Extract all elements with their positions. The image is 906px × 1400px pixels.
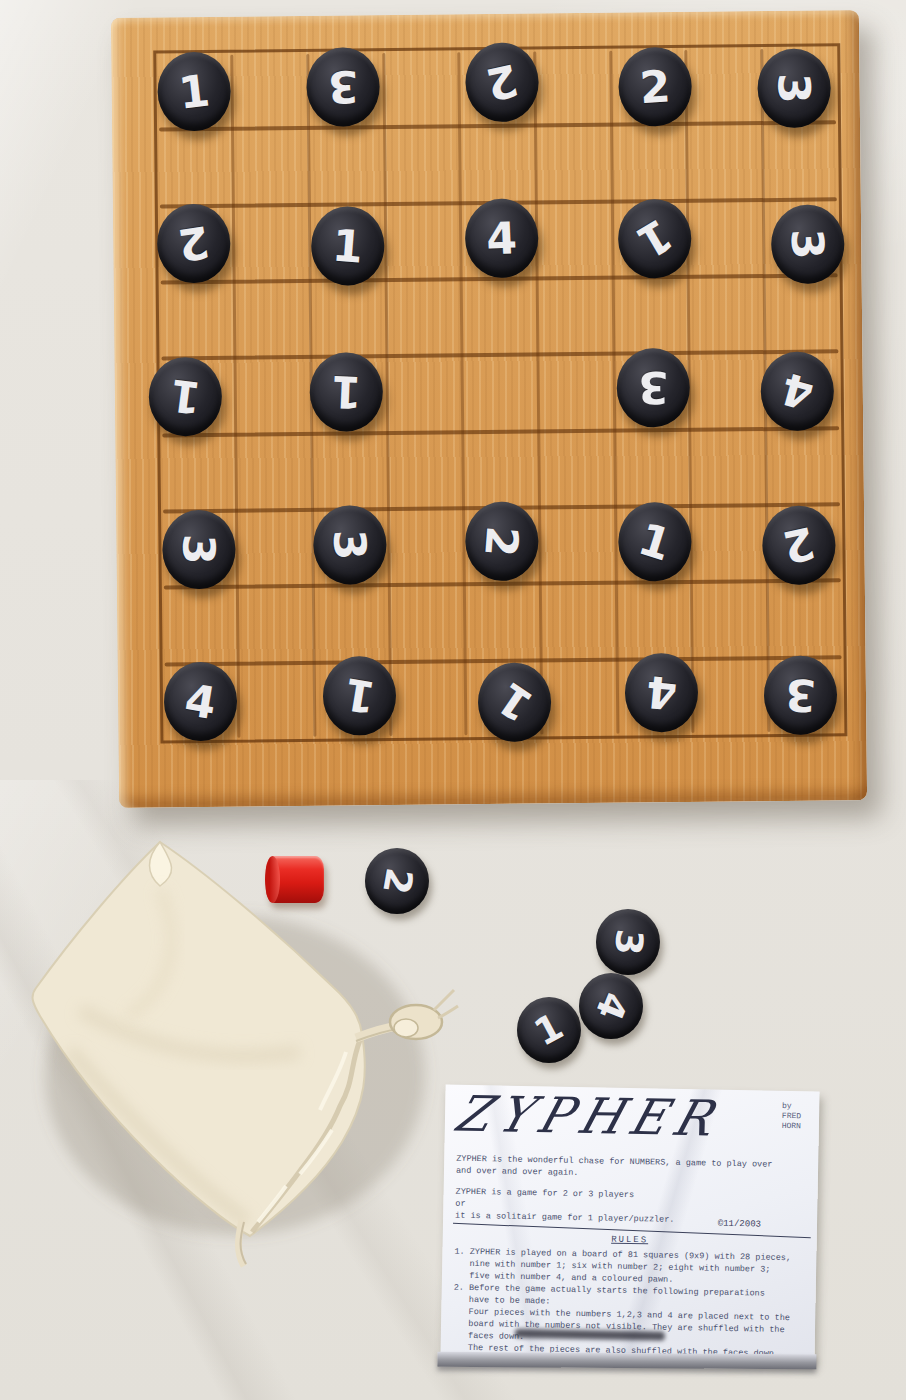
piece-number: 1 bbox=[317, 651, 402, 741]
players-paragraph: ©11/2003 ZYPHER is a game for 2 or 3 pla… bbox=[455, 1186, 806, 1229]
board-cell[interactable] bbox=[762, 123, 838, 200]
board-cell[interactable] bbox=[159, 282, 235, 359]
piece-number: 2 bbox=[460, 502, 544, 581]
number-piece[interactable]: 3 bbox=[313, 505, 387, 585]
rules-sheet[interactable]: ZYPHER by FRED HORN ZYPHER is the wonder… bbox=[440, 1084, 819, 1363]
board-cell[interactable] bbox=[539, 507, 615, 584]
board-cell[interactable] bbox=[686, 47, 762, 124]
board-cell[interactable] bbox=[692, 658, 768, 735]
board-cell[interactable] bbox=[234, 281, 310, 358]
piece-number: 1 bbox=[308, 204, 387, 288]
number-piece[interactable]: 4 bbox=[625, 653, 699, 733]
board-cell[interactable] bbox=[237, 510, 313, 587]
board-cell[interactable] bbox=[312, 433, 388, 510]
board-cell[interactable] bbox=[386, 356, 462, 433]
copyright: ©11/2003 bbox=[718, 1219, 761, 1230]
game-title: ZYPHER bbox=[448, 1085, 726, 1147]
byline-by: by bbox=[782, 1101, 801, 1111]
number-piece[interactable]: 3 bbox=[771, 205, 845, 285]
board-cell[interactable] bbox=[383, 50, 459, 127]
game-board: 132232141311343321241143 bbox=[111, 10, 867, 808]
number-piece[interactable]: 4 bbox=[465, 199, 539, 279]
rules-sheet-content: ZYPHER by FRED HORN ZYPHER is the wonder… bbox=[453, 1089, 808, 1350]
board-cell[interactable] bbox=[238, 663, 314, 740]
number-piece[interactable]: 4 bbox=[579, 973, 643, 1039]
piece-number: 3 bbox=[766, 206, 848, 283]
byline-first-name: FRED bbox=[782, 1111, 801, 1121]
piece-number: 3 bbox=[159, 512, 240, 587]
board-cell[interactable] bbox=[462, 355, 538, 432]
number-piece[interactable]: 2 bbox=[762, 505, 836, 585]
board-cell[interactable] bbox=[310, 280, 386, 357]
board-cell[interactable] bbox=[687, 123, 763, 200]
piece-number: 4 bbox=[463, 198, 540, 280]
piece-number: 1 bbox=[144, 353, 227, 441]
number-piece[interactable]: 1 bbox=[158, 51, 232, 131]
board-cell[interactable] bbox=[234, 205, 310, 282]
piece-number: 2 bbox=[359, 844, 435, 918]
number-piece[interactable]: 3 bbox=[306, 47, 380, 127]
piece-number: 2 bbox=[152, 199, 236, 288]
number-piece[interactable]: 1 bbox=[517, 997, 581, 1063]
paper-folded-edge bbox=[437, 1352, 816, 1370]
number-piece[interactable]: 2 bbox=[465, 42, 539, 122]
number-piece[interactable]: 3 bbox=[617, 348, 691, 428]
board-cell[interactable] bbox=[688, 276, 764, 353]
board-cell[interactable] bbox=[236, 434, 312, 511]
board-cell[interactable] bbox=[233, 128, 309, 205]
byline-last-name: HORN bbox=[782, 1121, 801, 1131]
board-cell[interactable] bbox=[388, 508, 464, 585]
board-cell[interactable] bbox=[160, 434, 236, 511]
number-piece[interactable]: 3 bbox=[596, 909, 660, 975]
piece-number: 1 bbox=[154, 48, 236, 135]
board-cell[interactable] bbox=[690, 429, 766, 506]
piece-number: 3 bbox=[762, 655, 838, 737]
red-pawn[interactable] bbox=[266, 856, 324, 903]
number-piece[interactable]: 4 bbox=[760, 351, 834, 431]
board-cell[interactable] bbox=[766, 428, 842, 505]
board-cell[interactable] bbox=[385, 203, 461, 280]
board-cell[interactable] bbox=[464, 584, 540, 661]
photo-scene: 132232141311343321241143 2314 ZYPHER by … bbox=[0, 0, 906, 1400]
board-cell[interactable] bbox=[387, 432, 463, 509]
number-piece[interactable]: 1 bbox=[618, 199, 692, 279]
board-cell[interactable] bbox=[535, 125, 611, 202]
number-piece[interactable]: 2 bbox=[465, 501, 539, 581]
board-cell[interactable] bbox=[613, 277, 689, 354]
number-piece[interactable]: 1 bbox=[309, 352, 383, 432]
number-piece[interactable]: 1 bbox=[322, 656, 396, 736]
board-cell[interactable] bbox=[313, 585, 389, 662]
board-cell[interactable] bbox=[308, 127, 384, 204]
board-cell[interactable] bbox=[538, 354, 614, 431]
board-cell[interactable] bbox=[539, 430, 615, 507]
board-cell[interactable] bbox=[232, 52, 308, 129]
board-cell[interactable] bbox=[461, 278, 537, 355]
piece-number: 4 bbox=[622, 650, 702, 736]
number-piece[interactable]: 2 bbox=[157, 204, 231, 284]
number-piece[interactable]: 3 bbox=[763, 656, 837, 736]
board-cell[interactable] bbox=[389, 585, 465, 662]
board-cell[interactable] bbox=[691, 581, 767, 658]
board-cell[interactable] bbox=[235, 357, 311, 434]
board-cell[interactable] bbox=[536, 201, 612, 278]
number-piece[interactable]: 3 bbox=[162, 509, 236, 589]
board-cell[interactable] bbox=[463, 431, 539, 508]
board-cell[interactable] bbox=[764, 275, 840, 352]
piece-number: 4 bbox=[158, 657, 243, 747]
board-cell[interactable] bbox=[386, 279, 462, 356]
board-cell[interactable] bbox=[535, 49, 611, 126]
board-cell[interactable] bbox=[687, 200, 763, 277]
intro-paragraph: ZYPHER is the wonderful chase for NUMBER… bbox=[456, 1153, 806, 1184]
piece-number: 2 bbox=[617, 45, 695, 128]
board-cell[interactable] bbox=[540, 583, 616, 660]
number-piece[interactable]: 2 bbox=[365, 848, 429, 914]
board-cell[interactable] bbox=[162, 587, 238, 664]
number-piece[interactable]: 2 bbox=[619, 47, 693, 127]
board-cell[interactable] bbox=[460, 126, 536, 203]
piece-number: 3 bbox=[592, 907, 663, 977]
piece-number: 3 bbox=[308, 506, 390, 583]
number-piece[interactable]: 4 bbox=[164, 662, 238, 742]
board-cell[interactable] bbox=[537, 278, 613, 355]
board-cell[interactable] bbox=[384, 127, 460, 204]
number-piece[interactable]: 1 bbox=[149, 357, 223, 437]
byline: by FRED HORN bbox=[782, 1101, 802, 1131]
drawstring-knot bbox=[394, 1019, 418, 1037]
board-cell[interactable] bbox=[157, 129, 233, 206]
piece-number: 3 bbox=[617, 348, 691, 428]
board-cell[interactable] bbox=[238, 586, 314, 663]
piece-number: 3 bbox=[754, 51, 834, 125]
number-piece[interactable]: 3 bbox=[757, 48, 831, 128]
board-cell[interactable] bbox=[611, 124, 687, 201]
number-piece[interactable]: 1 bbox=[618, 502, 692, 582]
board-cell[interactable] bbox=[390, 661, 466, 738]
piece-number: 1 bbox=[308, 351, 384, 433]
board-cell[interactable] bbox=[767, 581, 843, 658]
piece-number: 3 bbox=[305, 46, 382, 128]
board-cell[interactable] bbox=[614, 430, 690, 507]
board-grid bbox=[153, 43, 847, 743]
board-cell[interactable] bbox=[616, 582, 692, 659]
number-piece[interactable]: 1 bbox=[311, 206, 385, 286]
